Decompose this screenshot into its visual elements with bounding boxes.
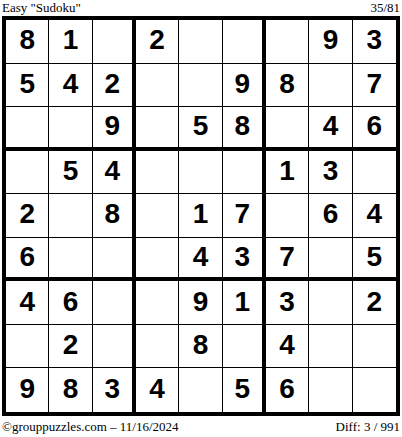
cell-r8c6[interactable]	[223, 325, 266, 369]
cell-r5c1[interactable]: 2	[6, 194, 49, 238]
cell-r3c7[interactable]	[266, 107, 309, 151]
cell-r8c8[interactable]	[309, 325, 352, 369]
cell-r5c3[interactable]: 8	[93, 194, 136, 238]
cell-r6c3[interactable]	[93, 238, 136, 282]
cell-r5c7[interactable]	[266, 194, 309, 238]
header: Easy "Sudoku" 35/81	[2, 1, 400, 15]
cell-r6c5[interactable]: 4	[179, 238, 222, 282]
cell-r9c7[interactable]: 6	[266, 368, 309, 412]
cell-r1c2[interactable]: 1	[49, 20, 92, 64]
cell-r8c2[interactable]: 2	[49, 325, 92, 369]
footer: ©grouppuzzles.com – 11/16/2024 Diff: 3 /…	[2, 419, 400, 434]
cell-r2c5[interactable]	[179, 64, 222, 108]
cell-r6c2[interactable]	[49, 238, 92, 282]
cell-r3c4[interactable]	[136, 107, 179, 151]
cell-r7c6[interactable]: 1	[223, 281, 266, 325]
cell-r5c4[interactable]	[136, 194, 179, 238]
puzzle-page: Easy "Sudoku" 35/81 81293542987958465413…	[0, 0, 402, 437]
cell-r9c4[interactable]: 4	[136, 368, 179, 412]
cell-r7c9[interactable]: 2	[353, 281, 396, 325]
cell-r9c2[interactable]: 8	[49, 368, 92, 412]
cell-r4c3[interactable]: 4	[93, 151, 136, 195]
cell-r9c8[interactable]	[309, 368, 352, 412]
cell-r8c7[interactable]: 4	[266, 325, 309, 369]
cell-r4c9[interactable]	[353, 151, 396, 195]
cell-r2c3[interactable]: 2	[93, 64, 136, 108]
cell-r4c8[interactable]: 3	[309, 151, 352, 195]
cell-r6c7[interactable]: 7	[266, 238, 309, 282]
cell-r2c7[interactable]: 8	[266, 64, 309, 108]
cell-r3c9[interactable]: 6	[353, 107, 396, 151]
cell-r6c6[interactable]: 3	[223, 238, 266, 282]
difficulty-text: Diff: 3 / 991	[336, 419, 400, 434]
cell-r5c2[interactable]	[49, 194, 92, 238]
cell-r9c5[interactable]	[179, 368, 222, 412]
cell-r6c8[interactable]	[309, 238, 352, 282]
cell-r2c9[interactable]: 7	[353, 64, 396, 108]
cell-r4c2[interactable]: 5	[49, 151, 92, 195]
cell-r5c8[interactable]: 6	[309, 194, 352, 238]
cell-r4c1[interactable]	[6, 151, 49, 195]
cell-r2c4[interactable]	[136, 64, 179, 108]
cell-r6c9[interactable]: 5	[353, 238, 396, 282]
cell-r1c8[interactable]: 9	[309, 20, 352, 64]
cell-r2c2[interactable]: 4	[49, 64, 92, 108]
cell-r5c6[interactable]: 7	[223, 194, 266, 238]
cell-r1c5[interactable]	[179, 20, 222, 64]
puzzle-title: Easy "Sudoku"	[2, 1, 81, 15]
cell-r8c1[interactable]	[6, 325, 49, 369]
cell-r7c7[interactable]: 3	[266, 281, 309, 325]
cell-r8c4[interactable]	[136, 325, 179, 369]
blank-counter: 35/81	[370, 1, 400, 15]
cell-r4c7[interactable]: 1	[266, 151, 309, 195]
cell-r1c3[interactable]	[93, 20, 136, 64]
cell-r7c3[interactable]	[93, 281, 136, 325]
copyright-text: ©grouppuzzles.com – 11/16/2024	[2, 419, 179, 434]
cell-r6c4[interactable]	[136, 238, 179, 282]
cell-r1c4[interactable]: 2	[136, 20, 179, 64]
cell-r3c2[interactable]	[49, 107, 92, 151]
cell-r2c8[interactable]	[309, 64, 352, 108]
cell-r1c6[interactable]	[223, 20, 266, 64]
cell-r3c6[interactable]: 8	[223, 107, 266, 151]
cell-r2c1[interactable]: 5	[6, 64, 49, 108]
cell-r9c1[interactable]: 9	[6, 368, 49, 412]
cell-r9c3[interactable]: 3	[93, 368, 136, 412]
cell-r7c2[interactable]: 6	[49, 281, 92, 325]
cell-r7c5[interactable]: 9	[179, 281, 222, 325]
cell-r2c6[interactable]: 9	[223, 64, 266, 108]
cell-r1c9[interactable]: 3	[353, 20, 396, 64]
sudoku-board: 8129354298795846541328176464375469132284…	[2, 16, 400, 416]
cell-r3c5[interactable]: 5	[179, 107, 222, 151]
cell-r9c9[interactable]	[353, 368, 396, 412]
cell-r5c5[interactable]: 1	[179, 194, 222, 238]
cell-r7c1[interactable]: 4	[6, 281, 49, 325]
cell-r8c9[interactable]	[353, 325, 396, 369]
cell-r8c3[interactable]	[93, 325, 136, 369]
cell-r3c3[interactable]: 9	[93, 107, 136, 151]
cell-r7c8[interactable]	[309, 281, 352, 325]
cell-r1c7[interactable]	[266, 20, 309, 64]
cell-r4c5[interactable]	[179, 151, 222, 195]
cell-r9c6[interactable]: 5	[223, 368, 266, 412]
cell-r6c1[interactable]: 6	[6, 238, 49, 282]
cell-r3c1[interactable]	[6, 107, 49, 151]
cell-r5c9[interactable]: 4	[353, 194, 396, 238]
cell-r1c1[interactable]: 8	[6, 20, 49, 64]
cell-r4c4[interactable]	[136, 151, 179, 195]
cell-r3c8[interactable]: 4	[309, 107, 352, 151]
cell-r4c6[interactable]	[223, 151, 266, 195]
cell-r8c5[interactable]: 8	[179, 325, 222, 369]
cell-r7c4[interactable]	[136, 281, 179, 325]
